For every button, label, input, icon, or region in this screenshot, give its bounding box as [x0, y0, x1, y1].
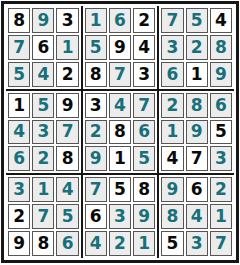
sudoku-board-frame: 8937615421625948737543286191594376283472… [1, 1, 239, 263]
sudoku-box-r1c0: 159437628 [6, 91, 81, 174]
cell-r6c8-given[interactable]: 7 [186, 146, 208, 171]
cell-r3c4-given[interactable]: 8 [85, 62, 107, 87]
cell-r9c7-given[interactable]: 5 [161, 231, 183, 256]
cell-r2c2-given[interactable]: 6 [32, 35, 54, 60]
cell-r5c3-solved[interactable]: 7 [56, 120, 78, 145]
sudoku-box-r2c0: 314275986 [6, 175, 81, 258]
cell-r4c6-solved[interactable]: 7 [133, 93, 155, 118]
cell-r2c5-given[interactable]: 9 [109, 35, 131, 60]
cell-r7c4-solved[interactable]: 7 [85, 177, 107, 202]
cell-r4c3-given[interactable]: 9 [56, 93, 78, 118]
cell-r9c1-given[interactable]: 9 [8, 231, 30, 256]
sudoku-box-r2c1: 758639421 [83, 175, 158, 258]
cell-r8c3-solved[interactable]: 5 [56, 204, 78, 229]
cell-r4c4-given[interactable]: 3 [85, 93, 107, 118]
cell-r7c5-given[interactable]: 5 [109, 177, 131, 202]
cell-r7c7-solved[interactable]: 9 [161, 177, 183, 202]
cell-r6c4-solved[interactable]: 9 [85, 146, 107, 171]
cell-r7c9-solved[interactable]: 2 [210, 177, 232, 202]
cell-r2c6-given[interactable]: 4 [133, 35, 155, 60]
cell-r3c9-solved[interactable]: 9 [210, 62, 232, 87]
cell-r8c2-solved[interactable]: 7 [32, 204, 54, 229]
sudoku-box-r0c1: 162594873 [83, 6, 158, 89]
cell-r5c6-solved[interactable]: 6 [133, 120, 155, 145]
cell-r3c5-solved[interactable]: 7 [109, 62, 131, 87]
sudoku-box-r2c2: 962841537 [159, 175, 234, 258]
cell-r9c2-given[interactable]: 8 [32, 231, 54, 256]
cell-r2c9-solved[interactable]: 8 [210, 35, 232, 60]
cell-r7c1-solved[interactable]: 3 [8, 177, 30, 202]
sudoku-box-r1c2: 286195473 [159, 91, 234, 174]
cell-r2c8-solved[interactable]: 2 [186, 35, 208, 60]
cell-r7c3-solved[interactable]: 4 [56, 177, 78, 202]
cell-r1c3-given[interactable]: 3 [56, 8, 78, 33]
cell-r8c5-solved[interactable]: 3 [109, 204, 131, 229]
cell-r3c6-given[interactable]: 3 [133, 62, 155, 87]
cell-r8c1-given[interactable]: 2 [8, 204, 30, 229]
sudoku-box-r0c2: 754328619 [159, 6, 234, 89]
cell-r2c7-solved[interactable]: 3 [161, 35, 183, 60]
cell-r5c9-given[interactable]: 5 [210, 120, 232, 145]
cell-r3c3-given[interactable]: 2 [56, 62, 78, 87]
sudoku-board: 8937615421625948737543286191594376283472… [6, 6, 234, 258]
cell-r6c9-solved[interactable]: 3 [210, 146, 232, 171]
cell-r2c4-solved[interactable]: 5 [85, 35, 107, 60]
cell-r9c3-solved[interactable]: 6 [56, 231, 78, 256]
cell-r8c8-solved[interactable]: 4 [186, 204, 208, 229]
cell-r6c6-solved[interactable]: 5 [133, 146, 155, 171]
cell-r1c5-solved[interactable]: 6 [109, 8, 131, 33]
cell-r1c8-solved[interactable]: 5 [186, 8, 208, 33]
cell-r5c4-solved[interactable]: 2 [85, 120, 107, 145]
cell-r5c8-solved[interactable]: 9 [186, 120, 208, 145]
cell-r8c6-solved[interactable]: 9 [133, 204, 155, 229]
sudoku-box-r0c0: 893761542 [6, 6, 81, 89]
cell-r5c5-given[interactable]: 8 [109, 120, 131, 145]
cell-r5c2-solved[interactable]: 3 [32, 120, 54, 145]
cell-r9c6-solved[interactable]: 1 [133, 231, 155, 256]
cell-r1c6-given[interactable]: 2 [133, 8, 155, 33]
cell-r9c5-solved[interactable]: 2 [109, 231, 131, 256]
cell-r4c9-solved[interactable]: 6 [210, 93, 232, 118]
cell-r4c8-solved[interactable]: 8 [186, 93, 208, 118]
cell-r2c1-solved[interactable]: 7 [8, 35, 30, 60]
cell-r8c4-given[interactable]: 6 [85, 204, 107, 229]
sudoku-box-r1c1: 347286915 [83, 91, 158, 174]
cell-r6c2-solved[interactable]: 2 [32, 146, 54, 171]
cell-r3c8-given[interactable]: 1 [186, 62, 208, 87]
cell-r1c9-given[interactable]: 4 [210, 8, 232, 33]
cell-r4c5-solved[interactable]: 4 [109, 93, 131, 118]
cell-r8c9-solved[interactable]: 1 [210, 204, 232, 229]
cell-r1c4-solved[interactable]: 1 [85, 8, 107, 33]
cell-r6c7-given[interactable]: 4 [161, 146, 183, 171]
cell-r1c2-solved[interactable]: 9 [32, 8, 54, 33]
cell-r9c9-solved[interactable]: 7 [210, 231, 232, 256]
cell-r3c2-solved[interactable]: 4 [32, 62, 54, 87]
cell-r3c7-solved[interactable]: 6 [161, 62, 183, 87]
cell-r4c7-solved[interactable]: 2 [161, 93, 183, 118]
cell-r5c1-solved[interactable]: 4 [8, 120, 30, 145]
cell-r6c5-given[interactable]: 1 [109, 146, 131, 171]
cell-r6c1-solved[interactable]: 6 [8, 146, 30, 171]
cell-r4c2-solved[interactable]: 5 [32, 93, 54, 118]
cell-r4c1-given[interactable]: 1 [8, 93, 30, 118]
cell-r7c8-given[interactable]: 6 [186, 177, 208, 202]
cell-r3c1-solved[interactable]: 5 [8, 62, 30, 87]
cell-r1c1-given[interactable]: 8 [8, 8, 30, 33]
cell-r7c2-solved[interactable]: 1 [32, 177, 54, 202]
cell-r9c4-solved[interactable]: 4 [85, 231, 107, 256]
cell-r1c7-solved[interactable]: 7 [161, 8, 183, 33]
cell-r8c7-solved[interactable]: 8 [161, 204, 183, 229]
cell-r7c6-given[interactable]: 8 [133, 177, 155, 202]
cell-r5c7-solved[interactable]: 1 [161, 120, 183, 145]
cell-r6c3-given[interactable]: 8 [56, 146, 78, 171]
cell-r2c3-solved[interactable]: 1 [56, 35, 78, 60]
cell-r9c8-solved[interactable]: 3 [186, 231, 208, 256]
